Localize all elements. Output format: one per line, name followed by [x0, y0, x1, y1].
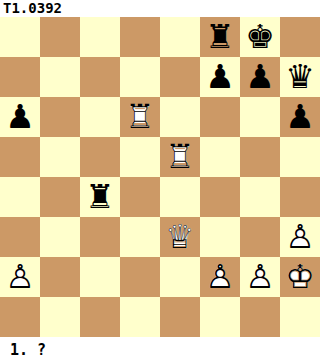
square-h7[interactable]: ♛	[280, 57, 320, 97]
square-f8[interactable]: ♜	[200, 17, 240, 57]
square-a8[interactable]	[0, 17, 40, 57]
square-e6[interactable]	[160, 97, 200, 137]
square-h2[interactable]: ♔	[280, 257, 320, 297]
square-a5[interactable]	[0, 137, 40, 177]
piece-black-pawn: ♟	[240, 57, 280, 97]
square-c3[interactable]	[80, 217, 120, 257]
piece-white-rook: ♖	[120, 97, 160, 137]
square-f3[interactable]	[200, 217, 240, 257]
square-f5[interactable]	[200, 137, 240, 177]
piece-black-rook: ♜	[200, 17, 240, 57]
square-a6[interactable]: ♟	[0, 97, 40, 137]
square-c4[interactable]: ♜	[80, 177, 120, 217]
square-f4[interactable]	[200, 177, 240, 217]
square-a3[interactable]	[0, 217, 40, 257]
square-h4[interactable]	[280, 177, 320, 217]
square-e4[interactable]	[160, 177, 200, 217]
square-g8[interactable]: ♚	[240, 17, 280, 57]
square-e7[interactable]	[160, 57, 200, 97]
piece-white-pawn: ♙	[0, 257, 40, 297]
square-g5[interactable]	[240, 137, 280, 177]
square-c7[interactable]	[80, 57, 120, 97]
piece-black-pawn: ♟	[200, 57, 240, 97]
square-f2[interactable]: ♙	[200, 257, 240, 297]
piece-white-rook: ♖	[160, 137, 200, 177]
chess-board: ♜♚♟♟♛♟♖♟♖♜♕♙♙♙♙♔	[0, 17, 320, 337]
square-g6[interactable]	[240, 97, 280, 137]
piece-black-queen: ♛	[280, 57, 320, 97]
square-a4[interactable]	[0, 177, 40, 217]
square-f7[interactable]: ♟	[200, 57, 240, 97]
square-h8[interactable]	[280, 17, 320, 57]
square-c8[interactable]	[80, 17, 120, 57]
square-g2[interactable]: ♙	[240, 257, 280, 297]
square-b3[interactable]	[40, 217, 80, 257]
square-e5[interactable]: ♖	[160, 137, 200, 177]
square-b4[interactable]	[40, 177, 80, 217]
piece-white-pawn: ♙	[200, 257, 240, 297]
square-d8[interactable]	[120, 17, 160, 57]
square-a7[interactable]	[0, 57, 40, 97]
piece-white-pawn: ♙	[280, 217, 320, 257]
piece-black-pawn: ♟	[280, 97, 320, 137]
square-e1[interactable]	[160, 297, 200, 337]
square-a2[interactable]: ♙	[0, 257, 40, 297]
square-b2[interactable]	[40, 257, 80, 297]
square-f1[interactable]	[200, 297, 240, 337]
piece-black-pawn: ♟	[0, 97, 40, 137]
puzzle-id: T1.0392	[0, 0, 320, 17]
square-e2[interactable]	[160, 257, 200, 297]
square-g1[interactable]	[240, 297, 280, 337]
square-e3[interactable]: ♕	[160, 217, 200, 257]
square-h5[interactable]	[280, 137, 320, 177]
piece-black-king: ♚	[240, 17, 280, 57]
square-c5[interactable]	[80, 137, 120, 177]
square-d5[interactable]	[120, 137, 160, 177]
piece-white-king: ♔	[280, 257, 320, 297]
move-prompt: 1. ?	[0, 337, 320, 359]
square-h1[interactable]	[280, 297, 320, 337]
square-f6[interactable]	[200, 97, 240, 137]
square-d3[interactable]	[120, 217, 160, 257]
square-c6[interactable]	[80, 97, 120, 137]
square-g7[interactable]: ♟	[240, 57, 280, 97]
square-c2[interactable]	[80, 257, 120, 297]
square-g3[interactable]	[240, 217, 280, 257]
square-g4[interactable]	[240, 177, 280, 217]
square-a1[interactable]	[0, 297, 40, 337]
square-c1[interactable]	[80, 297, 120, 337]
piece-white-pawn: ♙	[240, 257, 280, 297]
square-d2[interactable]	[120, 257, 160, 297]
square-d1[interactable]	[120, 297, 160, 337]
square-d7[interactable]	[120, 57, 160, 97]
chess-puzzle-window: T1.0392 ♜♚♟♟♛♟♖♟♖♜♕♙♙♙♙♔ 1. ?	[0, 0, 320, 360]
square-b7[interactable]	[40, 57, 80, 97]
piece-white-queen: ♕	[160, 217, 200, 257]
square-h3[interactable]: ♙	[280, 217, 320, 257]
square-d6[interactable]: ♖	[120, 97, 160, 137]
square-d4[interactable]	[120, 177, 160, 217]
square-b6[interactable]	[40, 97, 80, 137]
square-h6[interactable]: ♟	[280, 97, 320, 137]
square-e8[interactable]	[160, 17, 200, 57]
square-b5[interactable]	[40, 137, 80, 177]
piece-black-rook: ♜	[80, 177, 120, 217]
square-b8[interactable]	[40, 17, 80, 57]
square-b1[interactable]	[40, 297, 80, 337]
